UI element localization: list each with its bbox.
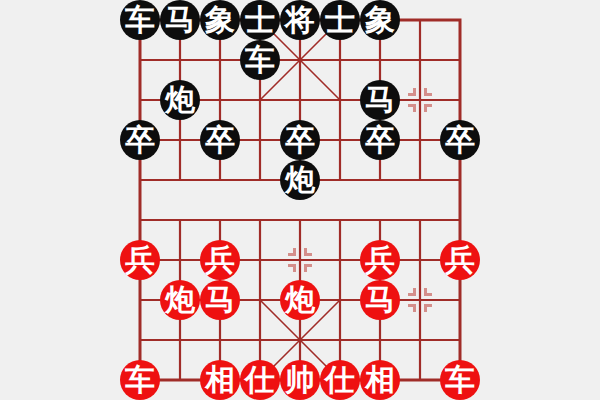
- piece-black-cannon[interactable]: 炮: [160, 80, 200, 120]
- piece-red-horse[interactable]: 马: [360, 280, 400, 320]
- board-point-f3[interactable]: [320, 120, 360, 160]
- board-point-f9[interactable]: 仕: [320, 360, 360, 400]
- piece-red-soldier[interactable]: 兵: [440, 240, 480, 280]
- board-point-g9[interactable]: 相: [360, 360, 400, 400]
- board-point-e2[interactable]: [280, 80, 320, 120]
- piece-red-chariot[interactable]: 车: [120, 360, 160, 400]
- board-point-a1[interactable]: [120, 40, 160, 80]
- piece-black-advisor[interactable]: 士: [320, 0, 360, 40]
- board-point-d2[interactable]: [240, 80, 280, 120]
- board-point-i1[interactable]: [440, 40, 480, 80]
- board-point-b9[interactable]: [160, 360, 200, 400]
- piece-black-elephant[interactable]: 象: [200, 0, 240, 40]
- board-point-e7[interactable]: 炮: [280, 280, 320, 320]
- board-point-b7[interactable]: 炮: [160, 280, 200, 320]
- piece-black-horse[interactable]: 马: [160, 0, 200, 40]
- board-point-i2[interactable]: [440, 80, 480, 120]
- board-point-g1[interactable]: [360, 40, 400, 80]
- board-point-g8[interactable]: [360, 320, 400, 360]
- piece-red-horse[interactable]: 马: [200, 280, 240, 320]
- board-point-i7[interactable]: [440, 280, 480, 320]
- board-point-f8[interactable]: [320, 320, 360, 360]
- board-point-g4[interactable]: [360, 160, 400, 200]
- board-point-e5[interactable]: [280, 200, 320, 240]
- board-point-h1[interactable]: [400, 40, 440, 80]
- board-point-b0[interactable]: 马: [160, 0, 200, 40]
- board-point-c1[interactable]: [200, 40, 240, 80]
- board-point-i9[interactable]: 车: [440, 360, 480, 400]
- board-point-c6[interactable]: 兵: [200, 240, 240, 280]
- point-marker: [400, 80, 440, 120]
- board-point-e8[interactable]: [280, 320, 320, 360]
- piece-black-soldier[interactable]: 卒: [280, 120, 320, 160]
- board-point-e0[interactable]: 将: [280, 0, 320, 40]
- board-point-d6[interactable]: [240, 240, 280, 280]
- piece-black-cannon[interactable]: 炮: [280, 160, 320, 200]
- piece-black-advisor[interactable]: 士: [240, 0, 280, 40]
- board-point-e6[interactable]: [280, 240, 320, 280]
- marker-bracket: [424, 304, 432, 312]
- marker-bracket: [304, 248, 312, 256]
- board-point-b8[interactable]: [160, 320, 200, 360]
- board-point-f6[interactable]: [320, 240, 360, 280]
- board-point-d8[interactable]: [240, 320, 280, 360]
- board-point-h9[interactable]: [400, 360, 440, 400]
- board-point-c4[interactable]: [200, 160, 240, 200]
- board-point-c9[interactable]: 相: [200, 360, 240, 400]
- board-point-h0[interactable]: [400, 0, 440, 40]
- marker-bracket: [408, 104, 416, 112]
- board-point-a5[interactable]: [120, 200, 160, 240]
- board-point-a8[interactable]: [120, 320, 160, 360]
- piece-red-elephant[interactable]: 相: [360, 360, 400, 400]
- board-point-d9[interactable]: 仕: [240, 360, 280, 400]
- board-point-h4[interactable]: [400, 160, 440, 200]
- board-point-c5[interactable]: [200, 200, 240, 240]
- board-point-e4[interactable]: 炮: [280, 160, 320, 200]
- piece-black-chariot[interactable]: 车: [240, 40, 280, 80]
- board-point-d4[interactable]: [240, 160, 280, 200]
- piece-red-soldier[interactable]: 兵: [120, 240, 160, 280]
- piece-black-soldier[interactable]: 卒: [440, 120, 480, 160]
- board-point-h7[interactable]: [400, 280, 440, 320]
- point-marker: [280, 240, 320, 280]
- piece-black-soldier[interactable]: 卒: [200, 120, 240, 160]
- piece-red-cannon[interactable]: 炮: [280, 280, 320, 320]
- board-point-a6[interactable]: 兵: [120, 240, 160, 280]
- board-point-a9[interactable]: 车: [120, 360, 160, 400]
- board-point-i3[interactable]: 卒: [440, 120, 480, 160]
- board-point-f7[interactable]: [320, 280, 360, 320]
- marker-bracket: [424, 288, 432, 296]
- marker-bracket: [408, 304, 416, 312]
- board-point-b4[interactable]: [160, 160, 200, 200]
- marker-bracket: [424, 104, 432, 112]
- board-point-b3[interactable]: [160, 120, 200, 160]
- xiangqi-board: 车马象士将士象车炮马卒卒卒卒卒炮兵兵兵兵炮马炮马车相仕帅仕相车: [120, 0, 480, 400]
- piece-black-soldier[interactable]: 卒: [120, 120, 160, 160]
- board-point-e3[interactable]: 卒: [280, 120, 320, 160]
- board-point-b2[interactable]: 炮: [160, 80, 200, 120]
- piece-red-soldier[interactable]: 兵: [200, 240, 240, 280]
- board-point-b1[interactable]: [160, 40, 200, 80]
- board-point-b5[interactable]: [160, 200, 200, 240]
- board-point-h3[interactable]: [400, 120, 440, 160]
- board-point-d3[interactable]: [240, 120, 280, 160]
- board-point-c0[interactable]: 象: [200, 0, 240, 40]
- board-point-f5[interactable]: [320, 200, 360, 240]
- board-point-h2[interactable]: [400, 80, 440, 120]
- app-background: 车马象士将士象车炮马卒卒卒卒卒炮兵兵兵兵炮马炮马车相仕帅仕相车: [0, 0, 600, 400]
- piece-black-elephant[interactable]: 象: [360, 0, 400, 40]
- marker-bracket: [288, 264, 296, 272]
- point-marker: [400, 280, 440, 320]
- piece-red-soldier[interactable]: 兵: [360, 240, 400, 280]
- board-point-d1[interactable]: 车: [240, 40, 280, 80]
- marker-bracket: [424, 88, 432, 96]
- board-point-a7[interactable]: [120, 280, 160, 320]
- board-grid: 车马象士将士象车炮马卒卒卒卒卒炮兵兵兵兵炮马炮马车相仕帅仕相车: [120, 0, 480, 400]
- board-point-i0[interactable]: [440, 0, 480, 40]
- board-point-a3[interactable]: 卒: [120, 120, 160, 160]
- piece-red-general[interactable]: 帅: [280, 360, 320, 400]
- piece-black-horse[interactable]: 马: [360, 80, 400, 120]
- marker-bracket: [304, 264, 312, 272]
- board-point-g0[interactable]: 象: [360, 0, 400, 40]
- board-point-g2[interactable]: 马: [360, 80, 400, 120]
- board-point-g3[interactable]: 卒: [360, 120, 400, 160]
- board-point-c3[interactable]: 卒: [200, 120, 240, 160]
- piece-black-soldier[interactable]: 卒: [360, 120, 400, 160]
- board-point-b6[interactable]: [160, 240, 200, 280]
- board-point-g5[interactable]: [360, 200, 400, 240]
- board-point-i4[interactable]: [440, 160, 480, 200]
- board-point-g6[interactable]: 兵: [360, 240, 400, 280]
- board-point-a4[interactable]: [120, 160, 160, 200]
- board-point-a2[interactable]: [120, 80, 160, 120]
- board-point-e9[interactable]: 帅: [280, 360, 320, 400]
- board-point-f4[interactable]: [320, 160, 360, 200]
- board-point-i6[interactable]: 兵: [440, 240, 480, 280]
- piece-red-elephant[interactable]: 相: [200, 360, 240, 400]
- piece-red-chariot[interactable]: 车: [440, 360, 480, 400]
- board-point-d5[interactable]: [240, 200, 280, 240]
- marker-bracket: [408, 88, 416, 96]
- board-point-f1[interactable]: [320, 40, 360, 80]
- board-point-h5[interactable]: [400, 200, 440, 240]
- board-point-i5[interactable]: [440, 200, 480, 240]
- board-point-e1[interactable]: [280, 40, 320, 80]
- piece-red-advisor[interactable]: 仕: [320, 360, 360, 400]
- board-point-c2[interactable]: [200, 80, 240, 120]
- board-point-h8[interactable]: [400, 320, 440, 360]
- board-point-f2[interactable]: [320, 80, 360, 120]
- board-point-d7[interactable]: [240, 280, 280, 320]
- piece-black-chariot[interactable]: 车: [120, 0, 160, 40]
- piece-red-cannon[interactable]: 炮: [160, 280, 200, 320]
- board-point-c8[interactable]: [200, 320, 240, 360]
- piece-black-general[interactable]: 将: [280, 0, 320, 40]
- board-point-h6[interactable]: [400, 240, 440, 280]
- board-point-d0[interactable]: 士: [240, 0, 280, 40]
- board-point-i8[interactable]: [440, 320, 480, 360]
- marker-bracket: [288, 248, 296, 256]
- board-point-c7[interactable]: 马: [200, 280, 240, 320]
- piece-red-advisor[interactable]: 仕: [240, 360, 280, 400]
- board-point-a0[interactable]: 车: [120, 0, 160, 40]
- board-point-f0[interactable]: 士: [320, 0, 360, 40]
- marker-bracket: [408, 288, 416, 296]
- board-point-g7[interactable]: 马: [360, 280, 400, 320]
